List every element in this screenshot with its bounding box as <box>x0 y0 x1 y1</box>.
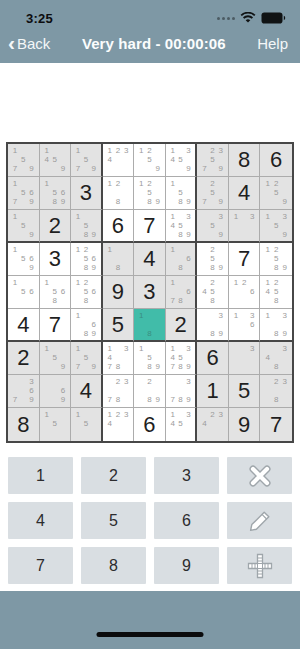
cell-r5c3[interactable]: 12568 <box>71 276 103 309</box>
candidate-marks: 1678 <box>166 276 196 308</box>
cell-r8c8[interactable]: 5 <box>229 375 261 408</box>
home-indicator[interactable] <box>97 632 204 637</box>
given-digit: 8 <box>8 408 39 441</box>
cell-r3c7[interactable]: 359 <box>197 210 229 243</box>
cell-r7c2[interactable]: 159 <box>40 342 72 375</box>
candidate-marks: 1345 <box>166 408 196 441</box>
cell-r4c4[interactable]: 18 <box>103 243 135 276</box>
cell-r5c4[interactable]: 9 <box>103 276 135 309</box>
cell-r3c4[interactable]: 6 <box>103 210 135 243</box>
cell-r8c2[interactable]: 69 <box>40 375 72 408</box>
cell-r4c3[interactable]: 125689 <box>71 243 103 276</box>
cell-r6c2[interactable]: 7 <box>40 309 72 342</box>
sudoku-grid: 1579145915791234125913459235798615679156… <box>6 142 294 443</box>
key-2[interactable]: 2 <box>81 457 146 494</box>
cell-r6c6[interactable]: 2 <box>166 309 198 342</box>
candidate-marks: 69 <box>40 375 71 407</box>
pencil-icon <box>247 508 273 534</box>
candidate-marks: 1589 <box>71 210 101 241</box>
cell-r6c9[interactable]: 1389 <box>260 309 292 342</box>
number-pad: 1 2 3 4 5 6 7 8 9 <box>8 457 292 584</box>
candidate-marks: 18 <box>103 243 134 275</box>
cell-r1c5[interactable]: 1259 <box>134 144 166 177</box>
given-digit: 7 <box>40 309 71 340</box>
candidate-marks: 1689 <box>71 309 101 340</box>
given-digit: 3 <box>40 243 71 275</box>
page-title: Very hard - 00:00:06 <box>82 35 226 52</box>
cell-r9c7[interactable]: 234 <box>197 408 229 441</box>
given-digit: 3 <box>71 177 101 209</box>
key-5[interactable]: 5 <box>81 502 146 539</box>
cell-r6c4[interactable]: 5 <box>103 309 135 342</box>
candidate-marks: 12458 <box>260 276 292 308</box>
cell-r9c4[interactable]: 1234 <box>103 408 135 441</box>
cell-r5c7[interactable]: 2458 <box>197 276 229 309</box>
cell-r8c3[interactable]: 4 <box>71 375 103 408</box>
cell-r1c3[interactable]: 1579 <box>71 144 103 177</box>
candidate-marks: 128 <box>103 177 134 209</box>
candidate-marks: 15689 <box>40 177 71 209</box>
given-digit: 7 <box>229 243 260 275</box>
candidate-marks: 1589 <box>166 177 196 209</box>
given-digit: 5 <box>229 375 260 407</box>
cell-r1c2[interactable]: 1459 <box>40 144 72 177</box>
delete-button[interactable] <box>227 457 292 494</box>
cell-r4c1[interactable]: 1569 <box>8 243 40 276</box>
cell-r5c8[interactable]: 126 <box>229 276 261 309</box>
candidate-marks: 359 <box>197 210 228 241</box>
back-button[interactable]: ‹ Back <box>8 35 50 52</box>
given-digit: 9 <box>229 408 260 441</box>
cell-r1c1[interactable]: 1579 <box>8 144 40 177</box>
key-7[interactable]: 7 <box>8 547 73 584</box>
cell-r9c6[interactable]: 1345 <box>166 408 198 441</box>
candidate-marks: 159 <box>40 342 71 374</box>
given-digit: 8 <box>229 144 260 176</box>
candidate-marks: 13 <box>229 210 260 241</box>
given-digit: 4 <box>134 243 165 275</box>
candidate-marks: 2579 <box>197 177 228 209</box>
candidate-marks: 13459 <box>166 144 196 176</box>
given-digit: 7 <box>260 408 292 441</box>
given-digit: 7 <box>134 210 165 241</box>
cell-r5c2[interactable]: 1568 <box>40 276 72 309</box>
candidate-marks: 136 <box>229 309 260 340</box>
candidate-marks: 126 <box>229 276 260 308</box>
cell-r4c7[interactable]: 2589 <box>197 243 229 276</box>
given-digit: 4 <box>8 309 39 340</box>
cell-r9c5[interactable]: 6 <box>134 408 166 441</box>
candidate-marks: 389 <box>197 309 228 340</box>
candidate-marks: 3 <box>229 342 260 374</box>
cell-r7c9[interactable]: 348 <box>260 342 292 375</box>
given-digit: 9 <box>103 276 134 308</box>
cell-r4c8[interactable]: 7 <box>229 243 261 276</box>
cell-r8c1[interactable]: 3679 <box>8 375 40 408</box>
given-digit: 3 <box>134 276 165 308</box>
cell-r8c4[interactable]: 2378 <box>103 375 135 408</box>
candidate-marks: 2589 <box>197 243 228 275</box>
cell-r8c9[interactable]: 238 <box>260 375 292 408</box>
cell-r1c9[interactable]: 6 <box>260 144 292 177</box>
status-bar: 3:25 <box>0 0 300 30</box>
cell-r3c9[interactable]: 1359 <box>260 210 292 243</box>
candidate-marks: 3789 <box>166 375 196 407</box>
cell-r2c7[interactable]: 2579 <box>197 177 229 210</box>
cell-r3c1[interactable]: 159 <box>8 210 40 243</box>
given-digit: 4 <box>229 177 260 209</box>
cell-r3c5[interactable]: 7 <box>134 210 166 243</box>
cell-r9c2[interactable]: 15 <box>40 408 72 441</box>
candidate-marks: 134589 <box>166 210 196 241</box>
candidate-marks: 13478 <box>103 342 134 374</box>
candidate-marks: 12568 <box>71 276 101 308</box>
candidate-marks: 125689 <box>71 243 101 275</box>
candidate-marks: 18 <box>134 309 165 340</box>
candidate-marks: 1389 <box>260 309 292 340</box>
content-area: 1579145915791234125913459235798615679156… <box>0 63 300 584</box>
cell-r3c8[interactable]: 13 <box>229 210 261 243</box>
candidate-marks: 1259 <box>260 177 292 209</box>
cell-r4c6[interactable]: 168 <box>166 243 198 276</box>
key-1[interactable]: 1 <box>8 457 73 494</box>
cell-r5c9[interactable]: 12458 <box>260 276 292 309</box>
cell-r2c4[interactable]: 128 <box>103 177 135 210</box>
cell-r9c1[interactable]: 8 <box>8 408 40 441</box>
cell-r9c8[interactable]: 9 <box>229 408 261 441</box>
cell-r8c6[interactable]: 3789 <box>166 375 198 408</box>
candidate-marks: 2458 <box>197 276 228 308</box>
cell-r7c3[interactable]: 1579 <box>71 342 103 375</box>
move-crosshair-icon <box>246 552 274 580</box>
key-9[interactable]: 9 <box>154 547 219 584</box>
pencil-button[interactable] <box>227 502 292 539</box>
candidate-marks: 1345789 <box>166 342 196 374</box>
cell-r6c7[interactable]: 389 <box>197 309 229 342</box>
candidate-marks: 348 <box>260 342 292 374</box>
candidate-marks: 1568 <box>40 276 71 308</box>
cell-r6c5[interactable]: 18 <box>134 309 166 342</box>
candidate-marks: 1459 <box>40 144 71 176</box>
cell-r6c1[interactable]: 4 <box>8 309 40 342</box>
cell-r7c4[interactable]: 13478 <box>103 342 135 375</box>
cell-r9c3[interactable]: 15 <box>71 408 103 441</box>
battery-icon <box>261 12 286 24</box>
candidate-marks: 1579 <box>71 342 101 374</box>
given-digit: 1 <box>197 375 228 407</box>
candidate-marks: 238 <box>260 375 292 407</box>
cell-r5c5[interactable]: 3 <box>134 276 166 309</box>
move-button[interactable] <box>227 547 292 584</box>
candidate-marks: 1589 <box>134 342 165 374</box>
given-digit: 2 <box>166 309 196 340</box>
key-3[interactable]: 3 <box>154 457 219 494</box>
cell-r5c1[interactable]: 156 <box>8 276 40 309</box>
cell-r2c5[interactable]: 12589 <box>134 177 166 210</box>
delete-icon <box>247 463 273 489</box>
candidate-marks: 3679 <box>8 375 39 407</box>
candidate-marks: 1259 <box>134 144 165 176</box>
candidate-marks: 1234 <box>103 144 134 176</box>
candidate-marks: 1569 <box>8 243 39 275</box>
chevron-left-icon: ‹ <box>8 35 15 50</box>
cell-r2c8[interactable]: 4 <box>229 177 261 210</box>
cell-r2c6[interactable]: 1589 <box>166 177 198 210</box>
wifi-icon <box>240 12 256 24</box>
cell-r8c7[interactable]: 1 <box>197 375 229 408</box>
candidate-marks: 15 <box>71 408 101 441</box>
candidate-marks: 1579 <box>71 144 101 176</box>
candidate-marks: 1579 <box>8 144 39 176</box>
cell-r7c5[interactable]: 1589 <box>134 342 166 375</box>
cell-r8c5[interactable]: 289 <box>134 375 166 408</box>
given-digit: 2 <box>40 210 71 241</box>
cell-r2c3[interactable]: 3 <box>71 177 103 210</box>
cell-r1c4[interactable]: 1234 <box>103 144 135 177</box>
back-label: Back <box>17 35 50 52</box>
help-button[interactable]: Help <box>257 35 288 52</box>
candidate-marks: 234 <box>197 408 228 441</box>
candidate-marks: 12589 <box>134 177 165 209</box>
candidate-marks: 12589 <box>260 243 292 275</box>
candidate-marks: 159 <box>8 210 39 241</box>
candidate-marks: 289 <box>134 375 165 407</box>
cell-r5c6[interactable]: 1678 <box>166 276 198 309</box>
cell-r2c1[interactable]: 15679 <box>8 177 40 210</box>
cell-r2c2[interactable]: 15689 <box>40 177 72 210</box>
cell-r7c6[interactable]: 1345789 <box>166 342 198 375</box>
given-digit: 6 <box>197 342 228 374</box>
cell-r7c1[interactable]: 2 <box>8 342 40 375</box>
cell-r4c5[interactable]: 4 <box>134 243 166 276</box>
given-digit: 6 <box>260 144 292 176</box>
bottom-band <box>0 591 300 649</box>
clock: 3:25 <box>26 11 53 26</box>
cell-r4c9[interactable]: 12589 <box>260 243 292 276</box>
given-digit: 2 <box>8 342 39 374</box>
key-4[interactable]: 4 <box>8 502 73 539</box>
cellular-icon <box>217 17 235 20</box>
candidate-marks: 15679 <box>8 177 39 209</box>
cell-r1c6[interactable]: 13459 <box>166 144 198 177</box>
given-digit: 5 <box>103 309 134 340</box>
cell-r1c7[interactable]: 23579 <box>197 144 229 177</box>
key-6[interactable]: 6 <box>154 502 219 539</box>
cell-r3c6[interactable]: 134589 <box>166 210 198 243</box>
status-nav-chrome: 3:25 ‹ Back Very hard - 00:00:06 Help <box>0 0 300 63</box>
candidate-marks: 23579 <box>197 144 228 176</box>
cell-r4c2[interactable]: 3 <box>40 243 72 276</box>
candidate-marks: 156 <box>8 276 39 308</box>
cell-r6c3[interactable]: 1689 <box>71 309 103 342</box>
given-digit: 4 <box>71 375 101 407</box>
candidate-marks: 1359 <box>260 210 292 241</box>
candidate-marks: 2378 <box>103 375 134 407</box>
candidate-marks: 1234 <box>103 408 134 441</box>
given-digit: 6 <box>103 210 134 241</box>
cell-r3c2[interactable]: 2 <box>40 210 72 243</box>
cell-r7c8[interactable]: 3 <box>229 342 261 375</box>
cell-r1c8[interactable]: 8 <box>229 144 261 177</box>
cell-r9c9[interactable]: 7 <box>260 408 292 441</box>
cell-r7c7[interactable]: 6 <box>197 342 229 375</box>
candidate-marks: 168 <box>166 243 196 275</box>
key-8[interactable]: 8 <box>81 547 146 584</box>
candidate-marks: 15 <box>40 408 71 441</box>
given-digit: 6 <box>134 408 165 441</box>
nav-bar: ‹ Back Very hard - 00:00:06 Help <box>0 30 300 63</box>
cell-r6c8[interactable]: 136 <box>229 309 261 342</box>
cell-r3c3[interactable]: 1589 <box>71 210 103 243</box>
cell-r2c9[interactable]: 1259 <box>260 177 292 210</box>
